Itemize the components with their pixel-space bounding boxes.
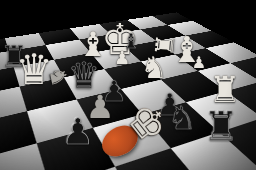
black-pawn-3: ♟	[62, 114, 94, 150]
white-pawn: ♟	[114, 49, 130, 67]
pieces-layer: ♝♚♝♜♝♜♟♛♟♞♛♞♜♟♟♟♞♜♟♚	[0, 0, 256, 170]
white-knight: ♞	[141, 53, 168, 83]
white-knight-fallen: ♞	[45, 65, 71, 89]
black-rook-2: ♜	[203, 106, 239, 146]
chess-render-scene: ♝♚♝♜♝♜♟♛♟♞♛♞♜♟♟♟♞♜♟♚	[0, 0, 256, 170]
white-pawn-2: ♟	[192, 55, 206, 71]
